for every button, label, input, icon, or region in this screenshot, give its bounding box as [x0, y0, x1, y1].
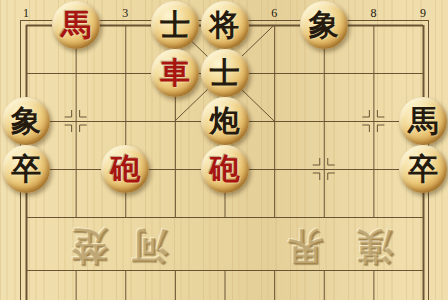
river-character: 楚: [66, 223, 114, 271]
black-pawn-piece[interactable]: 卒: [399, 145, 447, 193]
piece-character: 士: [210, 58, 240, 88]
black-cannon-piece[interactable]: 炮: [201, 97, 249, 145]
piece-character: 象: [309, 10, 339, 40]
point-marker: [362, 125, 369, 132]
river-character: 界: [281, 223, 329, 271]
column-label-1: 1: [16, 6, 36, 21]
piece-character: 砲: [110, 154, 140, 184]
red-cannon-piece[interactable]: 砲: [101, 145, 149, 193]
piece-character: 砲: [210, 154, 240, 184]
column-label-8: 8: [363, 6, 383, 21]
black-general-piece[interactable]: 将: [201, 1, 249, 49]
piece-character: 車: [160, 58, 190, 88]
point-marker: [328, 173, 335, 180]
river-character: 漢: [351, 223, 399, 271]
black-elephant-piece[interactable]: 象: [300, 1, 348, 49]
point-marker: [313, 173, 320, 180]
point-marker: [80, 110, 87, 117]
piece-character: 卒: [408, 154, 438, 184]
piece-character: 炮: [210, 106, 240, 136]
column-label-9: 9: [413, 6, 433, 21]
black-elephant-piece[interactable]: 象: [2, 97, 50, 145]
xiangqi-board[interactable]: 123456789 楚河界漢 馬士将象車士象炮馬卒砲砲卒: [0, 0, 448, 300]
piece-character: 士: [160, 10, 190, 40]
piece-character: 馬: [61, 10, 91, 40]
red-cannon-piece[interactable]: 砲: [201, 145, 249, 193]
black-advisor-piece[interactable]: 士: [151, 1, 199, 49]
piece-character: 将: [210, 10, 240, 40]
red-chariot-piece[interactable]: 車: [151, 49, 199, 97]
point-marker: [328, 158, 335, 165]
point-marker: [65, 125, 72, 132]
point-marker: [377, 125, 384, 132]
point-marker: [377, 110, 384, 117]
point-marker: [80, 125, 87, 132]
red-horse-piece[interactable]: 馬: [52, 1, 100, 49]
column-label-6: 6: [264, 6, 284, 21]
river-character: 河: [126, 223, 174, 271]
piece-character: 馬: [408, 106, 438, 136]
black-horse-piece[interactable]: 馬: [399, 97, 447, 145]
piece-character: 象: [11, 106, 41, 136]
point-marker: [362, 110, 369, 117]
point-marker: [65, 110, 72, 117]
black-advisor-piece[interactable]: 士: [201, 49, 249, 97]
black-pawn-piece[interactable]: 卒: [2, 145, 50, 193]
point-marker: [313, 158, 320, 165]
column-label-3: 3: [115, 6, 135, 21]
piece-character: 卒: [11, 154, 41, 184]
